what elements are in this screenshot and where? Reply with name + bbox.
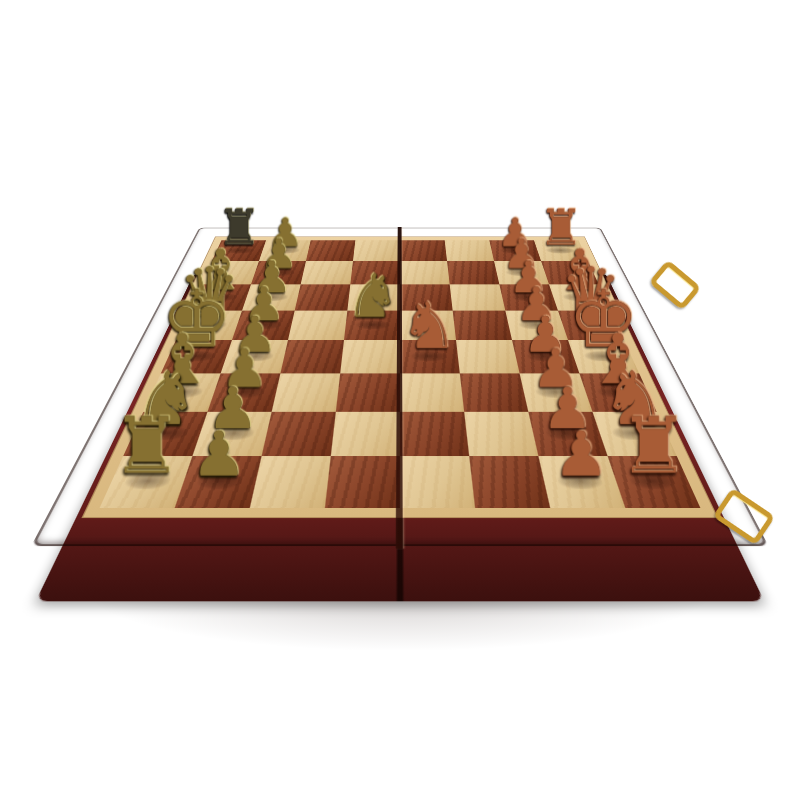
board-square[interactable] bbox=[400, 261, 450, 284]
board-square[interactable] bbox=[347, 284, 400, 310]
board-square[interactable] bbox=[259, 240, 311, 261]
board-square[interactable] bbox=[306, 240, 355, 261]
board-square[interactable] bbox=[450, 284, 506, 310]
board-square[interactable] bbox=[453, 311, 512, 340]
copper-knight-glyph: ♞ bbox=[400, 294, 458, 358]
board-square[interactable] bbox=[288, 311, 347, 340]
board-square[interactable] bbox=[447, 261, 499, 284]
board-square[interactable] bbox=[344, 311, 400, 340]
bronze-pawn-glyph: ♟ bbox=[191, 423, 247, 485]
board-square[interactable] bbox=[494, 261, 549, 284]
board-square[interactable] bbox=[212, 240, 266, 261]
board-square[interactable] bbox=[353, 240, 400, 261]
board-square[interactable] bbox=[301, 261, 353, 284]
board-square[interactable] bbox=[251, 261, 306, 284]
board-square[interactable] bbox=[489, 240, 541, 261]
board-square[interactable] bbox=[400, 240, 447, 261]
board-square[interactable] bbox=[445, 240, 494, 261]
product-photo-scene: ♜♟♟♜♟♟♝♟♟♝♛♟♞♟♛♚♟♞♟♚♝♟♟♝♞♟♟♞♜♟♟♜ bbox=[0, 0, 800, 800]
board-square[interactable] bbox=[350, 261, 400, 284]
copper-rook-glyph: ♜ bbox=[619, 407, 689, 485]
board-square[interactable] bbox=[295, 284, 351, 310]
copper-pawn-glyph: ♟ bbox=[553, 423, 609, 485]
brass-clasp[interactable] bbox=[649, 259, 702, 310]
board-square[interactable] bbox=[534, 240, 588, 261]
bronze-rook-glyph: ♜ bbox=[112, 407, 182, 485]
